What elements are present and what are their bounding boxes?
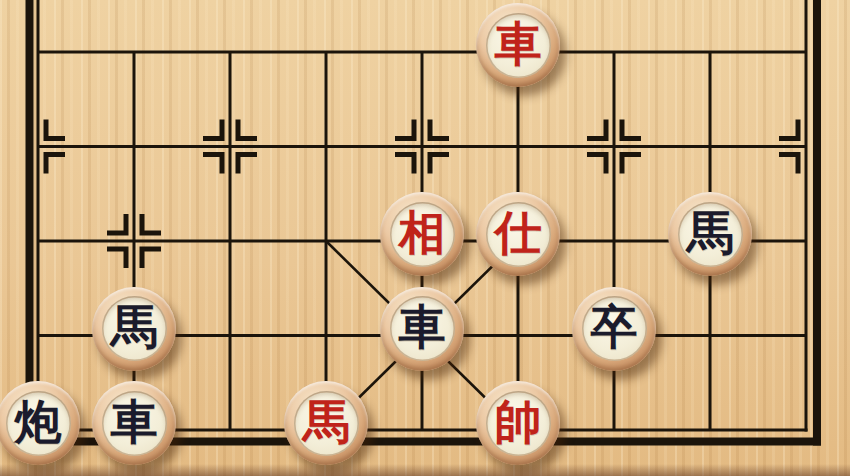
xiangqi-board: 車相仕馬馬車卒炮車馬帥 [0, 0, 850, 476]
pieces-layer: 車相仕馬馬車卒炮車馬帥 [0, 5, 850, 476]
piece-face: 馬 [102, 296, 167, 361]
piece-red-elephant[interactable]: 相 [380, 192, 464, 276]
piece-glyph: 馬 [303, 398, 350, 445]
piece-face: 車 [102, 391, 167, 456]
piece-glyph: 車 [399, 303, 446, 350]
piece-red-chariot[interactable]: 車 [476, 3, 560, 87]
piece-face: 炮 [6, 391, 71, 456]
piece-glyph: 仕 [495, 209, 542, 256]
piece-black-soldier[interactable]: 卒 [572, 287, 656, 371]
piece-red-horse[interactable]: 馬 [284, 381, 368, 465]
piece-face: 馬 [294, 391, 359, 456]
piece-face: 馬 [678, 202, 743, 267]
piece-black-horse[interactable]: 馬 [92, 287, 176, 371]
piece-glyph: 車 [495, 20, 542, 67]
piece-face: 車 [486, 13, 551, 78]
piece-glyph: 帥 [495, 398, 542, 445]
piece-face: 卒 [582, 296, 647, 361]
piece-black-horse[interactable]: 馬 [668, 192, 752, 276]
piece-glyph: 馬 [111, 303, 158, 350]
piece-face: 仕 [486, 202, 551, 267]
piece-glyph: 車 [111, 398, 158, 445]
piece-glyph: 馬 [687, 209, 734, 256]
piece-glyph: 相 [399, 209, 446, 256]
piece-face: 帥 [486, 391, 551, 456]
piece-face: 相 [390, 202, 455, 267]
piece-face: 車 [390, 296, 455, 361]
piece-black-cannon[interactable]: 炮 [0, 381, 80, 465]
piece-red-advisor[interactable]: 仕 [476, 192, 560, 276]
piece-black-chariot[interactable]: 車 [92, 381, 176, 465]
piece-black-chariot[interactable]: 車 [380, 287, 464, 371]
piece-glyph: 炮 [15, 398, 62, 445]
piece-glyph: 卒 [591, 303, 638, 350]
piece-red-general[interactable]: 帥 [476, 381, 560, 465]
